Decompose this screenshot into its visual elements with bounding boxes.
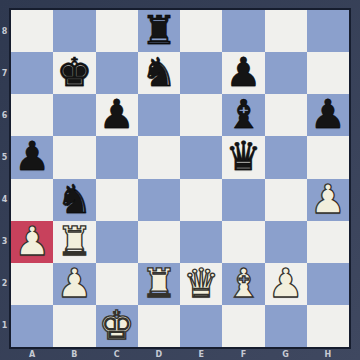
- square-e8[interactable]: [180, 10, 222, 52]
- square-e4[interactable]: [180, 179, 222, 221]
- square-d4[interactable]: [138, 179, 180, 221]
- square-a2[interactable]: [11, 263, 53, 305]
- square-a6[interactable]: [11, 94, 53, 136]
- file-label-c: C: [96, 349, 138, 360]
- rank-label-6: 6: [0, 94, 9, 136]
- rank-labels: 87654321: [0, 10, 9, 347]
- white-bishop-f2[interactable]: ♝︎: [225, 263, 261, 303]
- white-pawn-b2[interactable]: ♟︎: [56, 263, 92, 303]
- square-b5[interactable]: [53, 136, 95, 178]
- square-h5[interactable]: [307, 136, 349, 178]
- black-pawn-a5[interactable]: ♟︎: [14, 136, 50, 176]
- square-h3[interactable]: [307, 221, 349, 263]
- square-d7[interactable]: ♞︎: [138, 52, 180, 94]
- square-c5[interactable]: [96, 136, 138, 178]
- square-g5[interactable]: [265, 136, 307, 178]
- square-f4[interactable]: [222, 179, 264, 221]
- square-c8[interactable]: [96, 10, 138, 52]
- black-pawn-h6[interactable]: ♟︎: [310, 94, 346, 134]
- square-h7[interactable]: [307, 52, 349, 94]
- black-knight-d7[interactable]: ♞︎: [141, 52, 177, 92]
- square-a1[interactable]: [11, 305, 53, 347]
- square-g3[interactable]: [265, 221, 307, 263]
- square-h2[interactable]: [307, 263, 349, 305]
- square-g6[interactable]: [265, 94, 307, 136]
- square-b2[interactable]: ♟︎: [53, 263, 95, 305]
- square-g1[interactable]: [265, 305, 307, 347]
- rank-label-2: 2: [0, 263, 9, 305]
- rank-label-3: 3: [0, 221, 9, 263]
- file-label-b: B: [53, 349, 95, 360]
- square-b3[interactable]: ♜︎: [53, 221, 95, 263]
- square-e1[interactable]: [180, 305, 222, 347]
- square-h1[interactable]: [307, 305, 349, 347]
- square-b1[interactable]: [53, 305, 95, 347]
- square-b8[interactable]: [53, 10, 95, 52]
- square-f8[interactable]: [222, 10, 264, 52]
- white-pawn-a3[interactable]: ♟︎: [14, 221, 50, 261]
- file-label-h: H: [307, 349, 349, 360]
- white-rook-d2[interactable]: ♜︎: [141, 263, 177, 303]
- square-a5[interactable]: ♟︎: [11, 136, 53, 178]
- square-f1[interactable]: [222, 305, 264, 347]
- rank-label-8: 8: [0, 10, 9, 52]
- black-bishop-f6[interactable]: ♝︎: [225, 94, 261, 134]
- black-knight-b4[interactable]: ♞︎: [56, 179, 92, 219]
- square-a7[interactable]: [11, 52, 53, 94]
- square-f7[interactable]: ♟︎: [222, 52, 264, 94]
- square-e7[interactable]: [180, 52, 222, 94]
- square-b7[interactable]: ♚︎: [53, 52, 95, 94]
- square-d8[interactable]: ♜︎: [138, 10, 180, 52]
- white-king-c1[interactable]: ♚︎: [99, 305, 135, 345]
- square-d6[interactable]: [138, 94, 180, 136]
- square-c2[interactable]: [96, 263, 138, 305]
- square-h6[interactable]: ♟︎: [307, 94, 349, 136]
- square-a8[interactable]: [11, 10, 53, 52]
- black-king-b7[interactable]: ♚︎: [56, 52, 92, 92]
- file-label-f: F: [222, 349, 264, 360]
- chess-board: ♜︎♚︎♞︎♟︎♟︎♝︎♟︎♟︎♛︎♞︎♟︎♟︎♜︎♟︎♜︎♛︎♝︎♟︎♚︎: [9, 8, 351, 349]
- square-g8[interactable]: [265, 10, 307, 52]
- square-a3[interactable]: ♟︎: [11, 221, 53, 263]
- square-d2[interactable]: ♜︎: [138, 263, 180, 305]
- square-e5[interactable]: [180, 136, 222, 178]
- square-b4[interactable]: ♞︎: [53, 179, 95, 221]
- square-d5[interactable]: [138, 136, 180, 178]
- square-g7[interactable]: [265, 52, 307, 94]
- square-c7[interactable]: [96, 52, 138, 94]
- square-c3[interactable]: [96, 221, 138, 263]
- file-label-a: A: [11, 349, 53, 360]
- file-label-g: G: [265, 349, 307, 360]
- white-pawn-g2[interactable]: ♟︎: [268, 263, 304, 303]
- square-c1[interactable]: ♚︎: [96, 305, 138, 347]
- square-h4[interactable]: ♟︎: [307, 179, 349, 221]
- square-f2[interactable]: ♝︎: [222, 263, 264, 305]
- file-labels: ABCDEFGH: [11, 349, 349, 360]
- rank-label-4: 4: [0, 179, 9, 221]
- square-h8[interactable]: [307, 10, 349, 52]
- white-pawn-h4[interactable]: ♟︎: [310, 179, 346, 219]
- square-e6[interactable]: [180, 94, 222, 136]
- black-queen-f5[interactable]: ♛︎: [225, 136, 261, 176]
- square-d1[interactable]: [138, 305, 180, 347]
- file-label-e: E: [180, 349, 222, 360]
- rank-label-7: 7: [0, 52, 9, 94]
- square-d3[interactable]: [138, 221, 180, 263]
- square-f3[interactable]: [222, 221, 264, 263]
- black-rook-d8[interactable]: ♜︎: [141, 10, 177, 50]
- square-g4[interactable]: [265, 179, 307, 221]
- square-b6[interactable]: [53, 94, 95, 136]
- square-f5[interactable]: ♛︎: [222, 136, 264, 178]
- rank-label-1: 1: [0, 305, 9, 347]
- square-e2[interactable]: ♛︎: [180, 263, 222, 305]
- square-g2[interactable]: ♟︎: [265, 263, 307, 305]
- white-queen-e2[interactable]: ♛︎: [183, 263, 219, 303]
- white-rook-b3[interactable]: ♜︎: [56, 221, 92, 261]
- square-f6[interactable]: ♝︎: [222, 94, 264, 136]
- square-e3[interactable]: [180, 221, 222, 263]
- black-pawn-c6[interactable]: ♟︎: [99, 94, 135, 134]
- file-label-d: D: [138, 349, 180, 360]
- board-frame: 87654321 ♜︎♚︎♞︎♟︎♟︎♝︎♟︎♟︎♛︎♞︎♟︎♟︎♜︎♟︎♜︎♛…: [0, 0, 360, 360]
- black-pawn-f7[interactable]: ♟︎: [225, 52, 261, 92]
- square-a4[interactable]: [11, 179, 53, 221]
- square-c4[interactable]: [96, 179, 138, 221]
- rank-label-5: 5: [0, 136, 9, 178]
- square-c6[interactable]: ♟︎: [96, 94, 138, 136]
